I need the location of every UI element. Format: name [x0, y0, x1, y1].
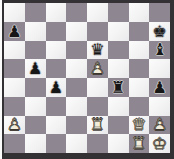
square-e3[interactable]: [87, 97, 108, 116]
chess-diagram: ♟♚♛♝♟♟♙♟♜♟♟♙♜♖♛♕♟♙♜♖♚♔: [0, 0, 174, 159]
square-b1[interactable]: [25, 134, 46, 153]
square-d8[interactable]: [66, 3, 87, 22]
square-b3[interactable]: [25, 97, 46, 116]
piece-black-pawn-c4[interactable]: ♟: [46, 78, 67, 97]
square-h6[interactable]: ♝: [149, 41, 170, 60]
square-a5[interactable]: [4, 59, 25, 78]
square-d6[interactable]: [66, 41, 87, 60]
square-e1[interactable]: [87, 134, 108, 153]
square-f2[interactable]: [108, 116, 129, 135]
square-a4[interactable]: [4, 78, 25, 97]
square-c1[interactable]: [46, 134, 67, 153]
square-h4[interactable]: ♟: [149, 78, 170, 97]
square-d5[interactable]: [66, 59, 87, 78]
square-g1[interactable]: ♜♖: [129, 134, 150, 153]
square-e4[interactable]: [87, 78, 108, 97]
piece-black-pawn-h4[interactable]: ♟: [149, 78, 170, 97]
square-b4[interactable]: [25, 78, 46, 97]
piece-white-rook-e2-outline: ♖: [87, 116, 108, 135]
piece-black-pawn-a7[interactable]: ♟: [4, 22, 25, 41]
square-h7[interactable]: ♚: [149, 22, 170, 41]
square-c2[interactable]: [46, 116, 67, 135]
square-e6[interactable]: ♛: [87, 41, 108, 60]
square-c8[interactable]: [46, 3, 67, 22]
square-f4[interactable]: ♜: [108, 78, 129, 97]
piece-black-pawn-b5[interactable]: ♟: [25, 59, 46, 78]
square-c7[interactable]: [46, 22, 67, 41]
square-d4[interactable]: [66, 78, 87, 97]
piece-black-bishop-h6[interactable]: ♝: [149, 41, 170, 60]
square-a3[interactable]: [4, 97, 25, 116]
square-h3[interactable]: [149, 97, 170, 116]
square-f8[interactable]: [108, 3, 129, 22]
square-c3[interactable]: [46, 97, 67, 116]
square-e8[interactable]: [87, 3, 108, 22]
square-b5[interactable]: ♟: [25, 59, 46, 78]
piece-white-pawn-e5-outline: ♙: [87, 59, 108, 78]
piece-black-king-h7[interactable]: ♚: [149, 22, 170, 41]
square-g6[interactable]: [129, 41, 150, 60]
square-d2[interactable]: [66, 116, 87, 135]
square-h2[interactable]: ♟♙: [149, 116, 170, 135]
square-b8[interactable]: [25, 3, 46, 22]
square-a7[interactable]: ♟: [4, 22, 25, 41]
square-f5[interactable]: [108, 59, 129, 78]
board-edge-highlight: [0, 0, 2, 159]
square-a6[interactable]: [4, 41, 25, 60]
square-h8[interactable]: [149, 3, 170, 22]
square-f1[interactable]: [108, 134, 129, 153]
piece-white-queen-g2-outline: ♕: [129, 116, 150, 135]
square-g2[interactable]: ♛♕: [129, 116, 150, 135]
square-f6[interactable]: [108, 41, 129, 60]
square-g4[interactable]: [129, 78, 150, 97]
square-e5[interactable]: ♟♙: [87, 59, 108, 78]
square-g7[interactable]: [129, 22, 150, 41]
chess-board: ♟♚♛♝♟♟♙♟♜♟♟♙♜♖♛♕♟♙♜♖♚♔: [4, 3, 170, 153]
square-c6[interactable]: [46, 41, 67, 60]
piece-white-pawn-h2-outline: ♙: [149, 116, 170, 135]
square-b6[interactable]: [25, 41, 46, 60]
piece-black-rook-f4[interactable]: ♜: [108, 78, 129, 97]
square-d3[interactable]: [66, 97, 87, 116]
piece-black-queen-e6[interactable]: ♛: [87, 41, 108, 60]
square-b2[interactable]: [25, 116, 46, 135]
piece-white-rook-g1-outline: ♖: [129, 134, 150, 153]
square-f7[interactable]: [108, 22, 129, 41]
square-g8[interactable]: [129, 3, 150, 22]
square-e7[interactable]: [87, 22, 108, 41]
square-a1[interactable]: [4, 134, 25, 153]
square-c5[interactable]: [46, 59, 67, 78]
square-a8[interactable]: [4, 3, 25, 22]
square-h5[interactable]: [149, 59, 170, 78]
square-d1[interactable]: [66, 134, 87, 153]
square-a2[interactable]: ♟♙: [4, 116, 25, 135]
square-g3[interactable]: [129, 97, 150, 116]
square-h1[interactable]: ♚♔: [149, 134, 170, 153]
square-f3[interactable]: [108, 97, 129, 116]
piece-white-pawn-a2-outline: ♙: [4, 116, 25, 135]
piece-white-king-h1-outline: ♔: [149, 134, 170, 153]
square-c4[interactable]: ♟: [46, 78, 67, 97]
square-e2[interactable]: ♜♖: [87, 116, 108, 135]
square-b7[interactable]: [25, 22, 46, 41]
square-d7[interactable]: [66, 22, 87, 41]
square-g5[interactable]: [129, 59, 150, 78]
